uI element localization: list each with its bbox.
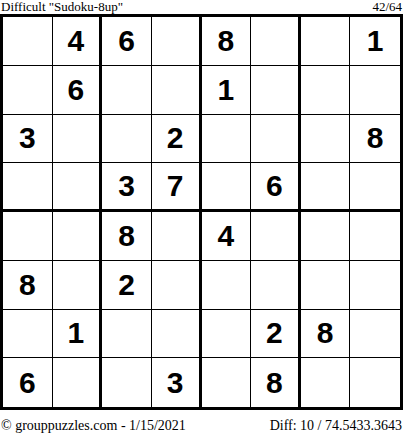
cell-r5c7-empty[interactable]	[301, 212, 351, 261]
cell-r1c3-given: 6	[102, 17, 152, 66]
cell-r2c8-empty[interactable]	[350, 66, 400, 115]
cell-r8c1-given: 6	[3, 358, 53, 407]
cell-r7c3-empty[interactable]	[102, 310, 152, 359]
cell-r3c5-empty[interactable]	[202, 115, 252, 164]
cell-r6c7-empty[interactable]	[301, 261, 351, 310]
cell-r8c2-empty[interactable]	[53, 358, 103, 407]
cell-r6c4-empty[interactable]	[152, 261, 202, 310]
copyright-text: © grouppuzzles.com - 1/15/2021	[1, 418, 186, 433]
footer: © grouppuzzles.com - 1/15/2021 Diff: 10 …	[0, 410, 403, 433]
cell-r7c2-given: 1	[53, 310, 103, 359]
sudoku-grid: 4681613283768482128638	[0, 14, 403, 410]
cell-r1c4-empty[interactable]	[152, 17, 202, 66]
cell-r6c6-empty[interactable]	[251, 261, 301, 310]
cell-r3c3-empty[interactable]	[102, 115, 152, 164]
cell-r2c5-given: 1	[202, 66, 252, 115]
puzzle-counter: 42/64	[372, 0, 402, 14]
cell-r4c2-empty[interactable]	[53, 163, 103, 212]
cell-r6c3-given: 2	[102, 261, 152, 310]
cell-r6c2-empty[interactable]	[53, 261, 103, 310]
cell-r8c4-given: 3	[152, 358, 202, 407]
cell-r2c6-empty[interactable]	[251, 66, 301, 115]
cell-r2c4-empty[interactable]	[152, 66, 202, 115]
cell-r7c4-empty[interactable]	[152, 310, 202, 359]
cell-r2c2-given: 6	[53, 66, 103, 115]
cell-r7c7-given: 8	[301, 310, 351, 359]
cell-r4c7-empty[interactable]	[301, 163, 351, 212]
cell-r1c8-given: 1	[350, 17, 400, 66]
cell-r4c6-given: 6	[251, 163, 301, 212]
cell-r7c6-given: 2	[251, 310, 301, 359]
cell-r8c3-empty[interactable]	[102, 358, 152, 407]
cell-r2c3-empty[interactable]	[102, 66, 152, 115]
cell-r4c8-empty[interactable]	[350, 163, 400, 212]
cell-r5c4-empty[interactable]	[152, 212, 202, 261]
cell-r6c5-empty[interactable]	[202, 261, 252, 310]
difficulty-text: Diff: 10 / 74.5433.3643	[270, 418, 402, 433]
cell-r7c5-empty[interactable]	[202, 310, 252, 359]
cell-r7c1-empty[interactable]	[3, 310, 53, 359]
cell-r2c1-empty[interactable]	[3, 66, 53, 115]
cell-r3c7-empty[interactable]	[301, 115, 351, 164]
cell-r1c2-given: 4	[53, 17, 103, 66]
cell-r3c4-given: 2	[152, 115, 202, 164]
cell-r6c8-empty[interactable]	[350, 261, 400, 310]
cell-r3c8-given: 8	[350, 115, 400, 164]
cell-r3c6-empty[interactable]	[251, 115, 301, 164]
cell-r4c5-empty[interactable]	[202, 163, 252, 212]
cell-r5c3-given: 8	[102, 212, 152, 261]
cell-r1c7-empty[interactable]	[301, 17, 351, 66]
cell-r3c2-empty[interactable]	[53, 115, 103, 164]
cell-r8c5-empty[interactable]	[202, 358, 252, 407]
cell-r5c5-given: 4	[202, 212, 252, 261]
cell-r5c1-empty[interactable]	[3, 212, 53, 261]
cell-r3c1-given: 3	[3, 115, 53, 164]
header: Difficult "Sudoku-8up" 42/64	[0, 0, 403, 14]
cell-r1c1-empty[interactable]	[3, 17, 53, 66]
page-title: Difficult "Sudoku-8up"	[1, 0, 123, 14]
cell-r4c1-empty[interactable]	[3, 163, 53, 212]
cell-r8c7-empty[interactable]	[301, 358, 351, 407]
cell-r1c6-empty[interactable]	[251, 17, 301, 66]
cell-r4c3-given: 3	[102, 163, 152, 212]
cell-r1c5-given: 8	[202, 17, 252, 66]
cell-r2c7-empty[interactable]	[301, 66, 351, 115]
cell-r8c8-empty[interactable]	[350, 358, 400, 407]
cell-r5c8-empty[interactable]	[350, 212, 400, 261]
cell-r4c4-given: 7	[152, 163, 202, 212]
cell-r6c1-given: 8	[3, 261, 53, 310]
cell-r7c8-empty[interactable]	[350, 310, 400, 359]
cell-r8c6-given: 8	[251, 358, 301, 407]
cell-r5c6-empty[interactable]	[251, 212, 301, 261]
cell-r5c2-empty[interactable]	[53, 212, 103, 261]
